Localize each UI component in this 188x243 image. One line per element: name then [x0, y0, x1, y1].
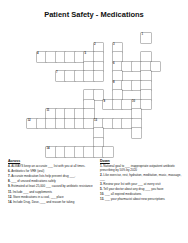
grid-cell[interactable]	[103, 119, 113, 129]
grid-cell[interactable]	[84, 90, 94, 100]
empty-space	[27, 81, 37, 91]
page-title: Patient Safety - Medications	[0, 10, 188, 19]
empty-space	[170, 109, 180, 119]
grid-cell[interactable]	[75, 109, 85, 119]
grid-cell[interactable]	[141, 90, 151, 100]
cell-number: 2	[94, 43, 96, 46]
empty-space	[37, 100, 47, 110]
empty-space	[103, 81, 113, 91]
grid-cell[interactable]	[84, 109, 94, 119]
empty-space	[84, 33, 94, 43]
grid-cell[interactable]: 6	[113, 62, 123, 72]
grid-cell[interactable]	[84, 71, 94, 81]
empty-space	[170, 81, 180, 91]
across-clue-list: 4. ALWAYS keep an accurate ___ list with…	[8, 165, 96, 204]
empty-space	[8, 109, 18, 119]
empty-space	[141, 43, 151, 53]
clue-item: 13. ___ your pharmacist about new prescr…	[100, 198, 182, 202]
empty-space	[170, 90, 180, 100]
empty-space	[8, 71, 18, 81]
grid-cell[interactable]	[132, 128, 142, 138]
empty-space	[56, 138, 66, 148]
empty-space	[75, 81, 85, 91]
empty-space	[103, 52, 113, 62]
empty-space	[94, 100, 104, 110]
empty-space	[56, 81, 66, 91]
empty-space	[141, 109, 151, 119]
empty-space	[122, 43, 132, 53]
clue-item: 12. Store medications in a cool, ___ pla…	[8, 196, 96, 200]
empty-space	[8, 43, 18, 53]
clue-number: 11.	[8, 190, 13, 194]
empty-space	[122, 147, 132, 157]
grid-cell[interactable]	[75, 119, 85, 129]
cell-number: 14	[46, 147, 49, 150]
grid-cell[interactable]	[141, 71, 151, 81]
empty-space	[27, 62, 37, 72]
grid-cell[interactable]	[141, 100, 151, 110]
empty-space	[170, 100, 180, 110]
grid-cell[interactable]	[94, 138, 104, 148]
cell-number: 12	[27, 119, 30, 122]
cell-number: 3	[113, 43, 115, 46]
empty-space	[27, 138, 37, 148]
empty-space	[170, 71, 180, 81]
grid-cell[interactable]	[122, 100, 132, 110]
empty-space	[151, 33, 161, 43]
empty-space	[8, 33, 18, 43]
clue-number: 7.	[8, 174, 11, 178]
cell-number: 7	[56, 71, 58, 74]
empty-space	[151, 128, 161, 138]
grid-cell[interactable]: 12	[27, 119, 37, 129]
grid-cell[interactable]	[56, 147, 66, 157]
empty-space	[141, 138, 151, 148]
empty-space	[56, 100, 66, 110]
empty-space	[160, 90, 170, 100]
empty-space	[132, 138, 142, 148]
grid-cell[interactable]	[94, 128, 104, 138]
grid-cell[interactable]	[141, 81, 151, 91]
empty-space	[103, 43, 113, 53]
empty-space	[37, 90, 47, 100]
empty-space	[18, 147, 28, 157]
empty-space	[27, 147, 37, 157]
empty-space	[170, 43, 180, 53]
empty-space	[56, 90, 66, 100]
grid-cell[interactable]: 5	[84, 52, 94, 62]
empty-space	[170, 33, 180, 43]
empty-space	[75, 128, 85, 138]
empty-space	[103, 128, 113, 138]
empty-space	[27, 100, 37, 110]
empty-space	[18, 81, 28, 91]
cell-number: 11	[46, 109, 49, 112]
empty-space	[151, 100, 161, 110]
empty-space	[122, 109, 132, 119]
grid-cell[interactable]	[84, 147, 94, 157]
empty-space	[18, 100, 28, 110]
grid-cell[interactable]	[94, 147, 104, 157]
clue-number: 9.	[8, 184, 11, 188]
grid-cell[interactable]	[122, 81, 132, 91]
empty-space	[27, 43, 37, 53]
clue-number: 14.	[8, 200, 13, 204]
down-clue-list: 1. National goal to ___ inappropriate ou…	[100, 165, 182, 202]
empty-space	[56, 33, 66, 43]
grid-cell[interactable]: 1	[141, 33, 151, 43]
empty-space	[65, 138, 75, 148]
grid-cell[interactable]	[122, 119, 132, 129]
empty-space	[75, 138, 85, 148]
empty-space	[170, 147, 180, 157]
empty-space	[122, 71, 132, 81]
empty-space	[122, 90, 132, 100]
empty-space	[65, 81, 75, 91]
empty-space	[113, 147, 123, 157]
empty-space	[151, 109, 161, 119]
grid-cell[interactable]: 13	[94, 119, 104, 129]
cell-number: 4	[37, 52, 39, 55]
grid-cell[interactable]	[75, 147, 85, 157]
empty-space	[27, 90, 37, 100]
empty-space	[46, 33, 56, 43]
empty-space	[18, 119, 28, 129]
empty-space	[160, 71, 170, 81]
cell-number: 10	[132, 100, 135, 103]
grid-cell[interactable]	[94, 71, 104, 81]
empty-space	[84, 128, 94, 138]
grid-cell[interactable]: 14	[46, 147, 56, 157]
empty-space	[151, 119, 161, 129]
cell-number: 6	[113, 62, 115, 65]
grid-cell[interactable]: 7	[56, 71, 66, 81]
empty-space	[151, 138, 161, 148]
grid-cell[interactable]	[65, 71, 75, 81]
empty-space	[103, 109, 113, 119]
empty-space	[84, 81, 94, 91]
empty-space	[170, 62, 180, 72]
cell-number: 5	[84, 52, 86, 55]
grid-cell[interactable]	[84, 62, 94, 72]
across-header: Across	[8, 159, 96, 164]
empty-space	[37, 138, 47, 148]
grid-cell[interactable]	[132, 109, 142, 119]
empty-space	[141, 147, 151, 157]
empty-space	[37, 128, 47, 138]
empty-space	[170, 128, 180, 138]
empty-space	[141, 128, 151, 138]
down-clues-section: Down 1. National goal to ___ inappropria…	[100, 159, 182, 203]
empty-space	[103, 71, 113, 81]
empty-space	[18, 138, 28, 148]
empty-space	[65, 100, 75, 110]
empty-space	[160, 119, 170, 129]
empty-space	[160, 128, 170, 138]
empty-space	[84, 138, 94, 148]
empty-space	[27, 52, 37, 62]
empty-space	[37, 71, 47, 81]
clue-number: 8.	[8, 179, 11, 183]
empty-space	[18, 43, 28, 53]
empty-space	[160, 33, 170, 43]
empty-space	[160, 138, 170, 148]
empty-space	[8, 119, 18, 129]
clue-item: 1. National goal to ___ inappropriate ou…	[100, 165, 182, 173]
empty-space	[65, 62, 75, 72]
empty-space	[65, 33, 75, 43]
empty-space	[18, 109, 28, 119]
empty-space	[18, 90, 28, 100]
grid-cell[interactable]: 9	[103, 100, 113, 110]
empty-space	[122, 33, 132, 43]
empty-space	[170, 119, 180, 129]
grid-cell[interactable]	[65, 52, 75, 62]
grid-cell[interactable]	[132, 62, 142, 72]
grid-cell[interactable]	[151, 62, 161, 72]
empty-space	[75, 33, 85, 43]
clue-number: 4.	[8, 164, 11, 168]
empty-space	[122, 128, 132, 138]
clue-item: 2. Like exercise, rest, hydration, medit…	[100, 174, 182, 182]
empty-space	[8, 147, 18, 157]
empty-space	[151, 43, 161, 53]
empty-space	[151, 90, 161, 100]
empty-space	[27, 33, 37, 43]
empty-space	[18, 71, 28, 81]
grid-cell[interactable]	[56, 109, 66, 119]
empty-space	[151, 52, 161, 62]
clue-number: 10.	[100, 192, 105, 196]
cell-number: 9	[103, 100, 105, 103]
empty-space	[65, 43, 75, 53]
empty-space	[8, 52, 18, 62]
empty-space	[37, 33, 47, 43]
across-clues-section: Across 4. ALWAYS keep an accurate ___ li…	[8, 159, 96, 206]
grid-cell[interactable]	[65, 147, 75, 157]
crossword-grid: 1234567891011121314	[8, 33, 179, 157]
grid-cell[interactable]	[132, 119, 142, 129]
clue-number: 13.	[100, 197, 105, 201]
empty-space	[151, 71, 161, 81]
empty-space	[46, 90, 56, 100]
empty-space	[8, 128, 18, 138]
clue-item: 11. Include ___ and supplements	[8, 191, 96, 195]
empty-space	[18, 33, 28, 43]
empty-space	[37, 109, 47, 119]
grid-cell[interactable]	[94, 62, 104, 72]
grid-cell[interactable]	[56, 52, 66, 62]
cell-number: 1	[141, 33, 143, 36]
clue-number: 6.	[8, 169, 11, 173]
empty-space	[122, 138, 132, 148]
empty-space	[132, 33, 142, 43]
empty-space	[132, 52, 142, 62]
empty-space	[27, 71, 37, 81]
empty-space	[132, 71, 142, 81]
empty-space	[113, 109, 123, 119]
down-header: Down	[100, 159, 182, 164]
empty-space	[113, 128, 123, 138]
empty-space	[46, 62, 56, 72]
empty-space	[56, 43, 66, 53]
empty-space	[37, 81, 47, 91]
clue-item: 14. Include Drug, Dose, ___ and reason f…	[8, 201, 96, 205]
empty-space	[18, 128, 28, 138]
empty-space	[8, 62, 18, 72]
empty-space	[8, 90, 18, 100]
grid-cell[interactable]	[94, 90, 104, 100]
empty-space	[103, 33, 113, 43]
grid-cell[interactable]	[132, 81, 142, 91]
empty-space	[132, 43, 142, 53]
clue-number: 1.	[100, 164, 103, 168]
empty-space	[170, 52, 180, 62]
empty-space	[160, 62, 170, 72]
empty-space	[94, 81, 104, 91]
grid-cell[interactable]: 4	[37, 52, 47, 62]
empty-space	[103, 62, 113, 72]
empty-space	[132, 147, 142, 157]
cell-number: 8	[113, 81, 115, 84]
empty-space	[170, 138, 180, 148]
clue-number: 3.	[100, 182, 103, 186]
grid-cell[interactable]	[65, 119, 75, 129]
clue-number: 5.	[100, 187, 103, 191]
grid-cell[interactable]: 2	[94, 43, 104, 53]
empty-space	[46, 81, 56, 91]
empty-space	[160, 81, 170, 91]
grid-cell[interactable]: 11	[46, 109, 56, 119]
grid-cell[interactable]	[75, 52, 85, 62]
empty-space	[18, 52, 28, 62]
grid-cell[interactable]: 10	[132, 100, 142, 110]
empty-space	[18, 62, 28, 72]
empty-space	[27, 128, 37, 138]
empty-space	[65, 128, 75, 138]
grid-cell[interactable]	[46, 119, 56, 129]
empty-space	[46, 43, 56, 53]
grid-cell[interactable]: 3	[113, 43, 123, 53]
empty-space	[160, 109, 170, 119]
grid-cell[interactable]	[141, 52, 151, 62]
empty-space	[37, 62, 47, 72]
grid-cell[interactable]	[113, 119, 123, 129]
empty-space	[113, 138, 123, 148]
empty-space	[75, 90, 85, 100]
empty-space	[160, 52, 170, 62]
grid-cell[interactable]: 8	[113, 81, 123, 91]
empty-space	[8, 138, 18, 148]
grid-cell[interactable]	[103, 147, 113, 157]
empty-space	[46, 128, 56, 138]
empty-space	[8, 81, 18, 91]
cell-number: 13	[94, 119, 97, 122]
empty-space	[75, 43, 85, 53]
empty-space	[65, 90, 75, 100]
empty-space	[75, 100, 85, 110]
grid-cell[interactable]	[113, 100, 123, 110]
grid-cell[interactable]	[46, 52, 56, 62]
grid-cell[interactable]	[94, 52, 104, 62]
empty-space	[151, 81, 161, 91]
grid-cell[interactable]	[122, 62, 132, 72]
grid-cell[interactable]	[113, 90, 123, 100]
empty-space	[122, 52, 132, 62]
empty-space	[37, 147, 47, 157]
empty-space	[46, 71, 56, 81]
clue-number: 12.	[8, 195, 13, 199]
empty-space	[160, 43, 170, 53]
grid-cell[interactable]	[141, 62, 151, 72]
empty-space	[56, 128, 66, 138]
empty-space	[8, 100, 18, 110]
empty-space	[103, 138, 113, 148]
empty-space	[141, 119, 151, 129]
empty-space	[160, 147, 170, 157]
grid-cell[interactable]	[75, 71, 85, 81]
grid-cell[interactable]	[84, 100, 94, 110]
clue-number: 2.	[100, 173, 103, 177]
grid-cell[interactable]	[65, 109, 75, 119]
empty-space	[160, 100, 170, 110]
empty-space	[151, 147, 161, 157]
grid-cell[interactable]	[37, 119, 47, 129]
empty-space	[75, 62, 85, 72]
clue-item: 9. Estimated at least 25,000 ___ caused …	[8, 185, 96, 189]
grid-cell[interactable]	[84, 119, 94, 129]
grid-cell[interactable]	[56, 119, 66, 129]
